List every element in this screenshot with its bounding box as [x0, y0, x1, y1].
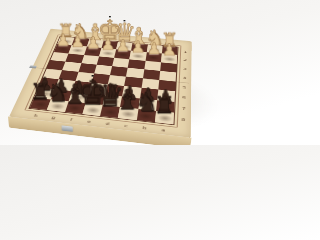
clasp-latch[interactable] — [61, 125, 72, 131]
file-label: d — [98, 120, 117, 126]
piece-white-pawn-a2[interactable]: ♟ — [150, 42, 188, 58]
square-a8[interactable]: ♜ — [155, 111, 174, 125]
file-label: f — [62, 116, 81, 122]
file-label: h — [26, 112, 45, 118]
file-label: g — [44, 114, 63, 120]
rank-label: 4 — [179, 73, 191, 83]
finial — [124, 17, 126, 22]
chess-board: ♜♞♝♚♛♝♞♜♟♟♟♟♟♟♟♟♟♟♟♟♟♟♟♟♜♞♝♚♛♝♞♜ hgfedcb… — [9, 29, 192, 138]
file-label: b — [135, 124, 154, 131]
square-b3[interactable] — [144, 60, 161, 70]
squares: ♜♞♝♚♛♝♞♜♟♟♟♟♟♟♟♟♟♟♟♟♟♟♟♟♜♞♝♚♛♝♞♜ — [28, 36, 178, 125]
black-rook-icon: ♜ — [154, 94, 175, 118]
file-label: e — [80, 118, 99, 124]
piece-black-rook-a8[interactable]: ♜ — [142, 94, 187, 118]
photo-background: ♜♞♝♚♛♝♞♜♟♟♟♟♟♟♟♟♟♟♟♟♟♟♟♟♜♞♝♚♛♝♞♜ hgfedcb… — [0, 0, 218, 145]
square-h3[interactable] — [50, 52, 68, 62]
scene: ♜♞♝♚♛♝♞♜♟♟♟♟♟♟♟♟♟♟♟♟♟♟♟♟♜♞♝♚♛♝♞♜ hgfedcb… — [0, 0, 218, 145]
file-label: c — [116, 122, 135, 129]
white-pawn-icon: ♟ — [162, 42, 177, 58]
hinge — [29, 65, 37, 68]
finial — [92, 71, 94, 76]
square-g4[interactable] — [62, 61, 81, 71]
file-label: a — [154, 126, 173, 133]
square-d3[interactable] — [112, 58, 129, 68]
finial — [109, 13, 111, 18]
